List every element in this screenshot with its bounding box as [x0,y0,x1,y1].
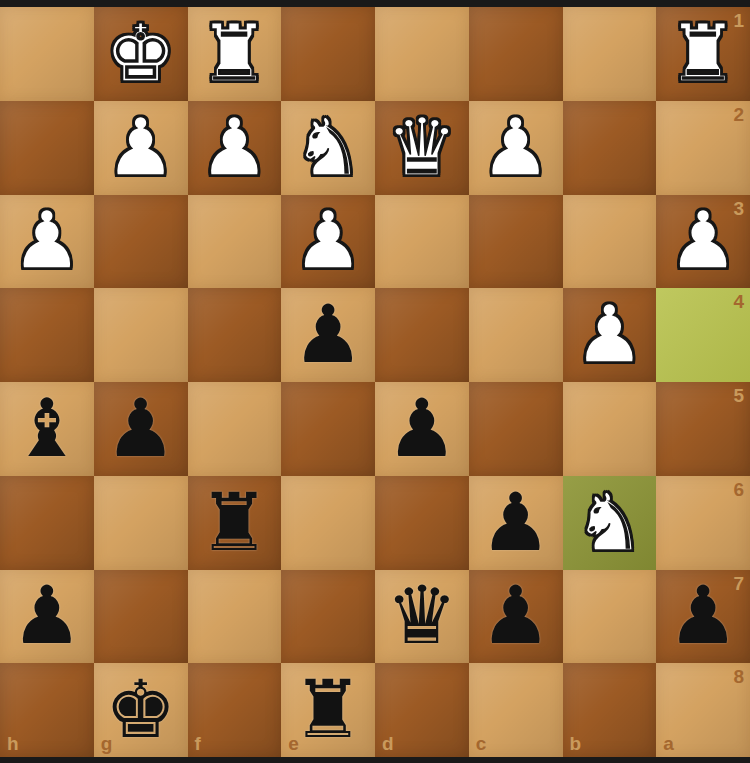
square-b3[interactable] [563,195,657,289]
black-pawn[interactable]: ♟ [469,570,563,664]
square-c3[interactable] [469,195,563,289]
square-g3[interactable] [94,195,188,289]
square-g7[interactable] [94,570,188,664]
white-knight[interactable]: ♞ [281,101,375,195]
square-e8[interactable]: ♜e [281,663,375,757]
bottom-frame-strip [0,757,750,763]
black-queen[interactable]: ♛ [375,570,469,664]
square-h8[interactable]: h [0,663,94,757]
square-g6[interactable] [94,476,188,570]
square-d1[interactable] [375,7,469,101]
black-bishop[interactable]: ♝ [0,382,94,476]
black-pawn[interactable]: ♟ [375,382,469,476]
chess-app-frame: ♚♜♜1♟♟♞♛♟2♟♟♟3♟♟4♝♟♟5♜♟♞6♟♛♟♟7h♚gf♜edcb8… [0,0,750,763]
rank-label-1: 1 [733,11,744,30]
square-c2[interactable]: ♟ [469,101,563,195]
rank-label-6: 6 [733,480,744,499]
square-e3[interactable]: ♟ [281,195,375,289]
white-pawn[interactable]: ♟ [469,101,563,195]
square-d8[interactable]: d [375,663,469,757]
white-pawn[interactable]: ♟ [188,101,282,195]
rank-label-3: 3 [733,199,744,218]
square-h1[interactable] [0,7,94,101]
square-b4[interactable]: ♟ [563,288,657,382]
chess-board: ♚♜♜1♟♟♞♛♟2♟♟♟3♟♟4♝♟♟5♜♟♞6♟♛♟♟7h♚gf♜edcb8… [0,7,750,757]
square-b8[interactable]: b [563,663,657,757]
square-b5[interactable] [563,382,657,476]
black-pawn[interactable]: ♟ [469,476,563,570]
file-label-c: c [476,734,487,753]
black-pawn[interactable]: ♟ [0,570,94,664]
file-label-e: e [288,734,299,753]
square-g2[interactable]: ♟ [94,101,188,195]
square-d5[interactable]: ♟ [375,382,469,476]
square-b1[interactable] [563,7,657,101]
white-pawn[interactable]: ♟ [563,288,657,382]
white-pawn[interactable]: ♟ [94,101,188,195]
square-g8[interactable]: ♚g [94,663,188,757]
white-knight[interactable]: ♞ [563,476,657,570]
white-pawn[interactable]: ♟ [281,195,375,289]
white-king[interactable]: ♚ [94,7,188,101]
square-f2[interactable]: ♟ [188,101,282,195]
square-f3[interactable] [188,195,282,289]
square-g5[interactable]: ♟ [94,382,188,476]
square-f4[interactable] [188,288,282,382]
black-pawn[interactable]: ♟ [94,382,188,476]
square-f8[interactable]: f [188,663,282,757]
square-b6[interactable]: ♞ [563,476,657,570]
square-a8[interactable]: 8a [656,663,750,757]
square-c1[interactable] [469,7,563,101]
top-frame-strip [0,0,750,7]
square-d4[interactable] [375,288,469,382]
square-a5[interactable]: 5 [656,382,750,476]
square-h3[interactable]: ♟ [0,195,94,289]
white-rook[interactable]: ♜ [188,7,282,101]
square-h5[interactable]: ♝ [0,382,94,476]
square-h4[interactable] [0,288,94,382]
square-c8[interactable]: c [469,663,563,757]
black-rook[interactable]: ♜ [188,476,282,570]
square-e7[interactable] [281,570,375,664]
square-d3[interactable] [375,195,469,289]
square-c7[interactable]: ♟ [469,570,563,664]
square-a4[interactable]: 4 [656,288,750,382]
square-h7[interactable]: ♟ [0,570,94,664]
rank-label-7: 7 [733,574,744,593]
square-a1[interactable]: ♜1 [656,7,750,101]
square-f1[interactable]: ♜ [188,7,282,101]
square-d7[interactable]: ♛ [375,570,469,664]
square-c4[interactable] [469,288,563,382]
square-h2[interactable] [0,101,94,195]
square-c6[interactable]: ♟ [469,476,563,570]
file-label-g: g [101,734,113,753]
square-e6[interactable] [281,476,375,570]
file-label-b: b [570,734,582,753]
square-g1[interactable]: ♚ [94,7,188,101]
rank-label-4: 4 [733,292,744,311]
square-c5[interactable] [469,382,563,476]
square-f7[interactable] [188,570,282,664]
black-pawn[interactable]: ♟ [281,288,375,382]
square-b7[interactable] [563,570,657,664]
square-a3[interactable]: ♟3 [656,195,750,289]
white-pawn[interactable]: ♟ [0,195,94,289]
square-b2[interactable] [563,101,657,195]
file-label-h: h [7,734,19,753]
square-d6[interactable] [375,476,469,570]
square-e5[interactable] [281,382,375,476]
square-d2[interactable]: ♛ [375,101,469,195]
square-a2[interactable]: 2 [656,101,750,195]
file-label-f: f [195,734,201,753]
file-label-d: d [382,734,394,753]
rank-label-2: 2 [733,105,744,124]
rank-label-5: 5 [733,386,744,405]
square-a7[interactable]: ♟7 [656,570,750,664]
square-h6[interactable] [0,476,94,570]
square-e2[interactable]: ♞ [281,101,375,195]
white-queen[interactable]: ♛ [375,101,469,195]
square-f6[interactable]: ♜ [188,476,282,570]
square-a6[interactable]: 6 [656,476,750,570]
square-f5[interactable] [188,382,282,476]
file-label-a: a [663,734,674,753]
square-e4[interactable]: ♟ [281,288,375,382]
square-e1[interactable] [281,7,375,101]
square-g4[interactable] [94,288,188,382]
rank-label-8: 8 [733,667,744,686]
